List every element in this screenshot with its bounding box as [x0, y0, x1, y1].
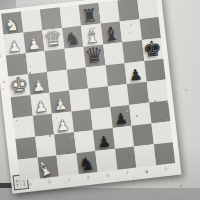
square-f7: ♝ — [100, 21, 122, 44]
square-h2 — [151, 121, 173, 144]
grain-speck — [181, 49, 182, 50]
scene: chess ♞♜♟♟♛♞♝♝♛♚♚♟♟♟♟♟♟♟♝♞ abcdefgh ♔♕♖ … — [0, 0, 200, 200]
square-g6 — [122, 40, 144, 63]
square-a7: ♟ — [3, 32, 25, 55]
square-b2 — [35, 135, 57, 158]
black-pawn: ♟ — [97, 134, 112, 150]
square-g3 — [129, 103, 151, 126]
grain-speck — [185, 89, 187, 91]
square-b6 — [25, 51, 47, 74]
square-b5: ♟ — [28, 72, 50, 95]
black-pawn: ♟ — [114, 111, 129, 127]
square-b4: ♟ — [30, 93, 52, 116]
white-pawn: ♟ — [7, 39, 22, 55]
white-pawn: ♟ — [31, 78, 46, 94]
file-label-b: b — [40, 178, 60, 188]
square-d3 — [71, 109, 93, 132]
square-g1 — [134, 144, 156, 167]
grain-speck — [180, 185, 182, 187]
file-label-g: g — [137, 167, 157, 177]
square-g8 — [117, 0, 139, 21]
grain-speck — [122, 185, 123, 186]
white-king: ♚ — [9, 74, 30, 97]
corner-logo-row: ♗♘♙ — [16, 182, 27, 187]
chessboard: chess ♞♜♟♟♛♞♝♝♛♚♚♟♟♟♟♟♟♟♝♞ abcdefgh ♔♕♖ … — [0, 0, 181, 194]
square-d2 — [73, 130, 95, 153]
square-e2: ♟ — [93, 128, 115, 151]
square-a5: ♚ — [8, 74, 30, 97]
square-a4 — [11, 95, 33, 118]
square-f8 — [98, 1, 120, 24]
square-b1: ♝ — [37, 155, 59, 178]
square-f2 — [112, 126, 134, 149]
square-a8: ♞ — [1, 12, 23, 35]
grain-speck — [178, 143, 180, 145]
white-queen: ♛ — [43, 28, 64, 51]
file-label-f: f — [117, 169, 137, 179]
white-pawn: ♟ — [53, 97, 68, 113]
black-queen: ♛ — [84, 45, 105, 68]
black-knight: ♞ — [78, 154, 96, 174]
square-f3: ♟ — [110, 105, 132, 128]
square-a1 — [18, 158, 40, 181]
square-e8: ♜ — [79, 3, 101, 26]
square-e6: ♛ — [83, 45, 105, 68]
square-c7: ♛ — [42, 28, 64, 51]
square-b7: ♟ — [23, 30, 45, 53]
grain-speck — [173, 36, 174, 37]
grain-speck — [3, 174, 5, 176]
square-d8 — [59, 5, 81, 28]
file-label-d: d — [78, 174, 98, 184]
square-b8 — [20, 9, 42, 32]
square-f1 — [115, 147, 137, 170]
white-pawn: ♟ — [27, 37, 42, 53]
square-f4 — [107, 84, 129, 107]
square-c6 — [45, 49, 67, 72]
square-h5 — [144, 59, 166, 82]
square-h1 — [153, 142, 175, 165]
square-d6 — [64, 47, 86, 70]
grain-speck — [185, 171, 186, 172]
black-rook: ♜ — [81, 6, 99, 26]
grain-speck — [189, 130, 190, 131]
square-f6 — [103, 42, 125, 65]
square-c4: ♟ — [49, 91, 71, 114]
square-c1 — [56, 153, 78, 176]
square-g2 — [132, 124, 154, 147]
black-pawn: ♟ — [128, 67, 143, 83]
square-c3: ♟ — [52, 112, 74, 135]
white-pawn: ♟ — [34, 99, 49, 115]
square-b3 — [32, 114, 54, 137]
square-d1: ♞ — [76, 151, 98, 174]
file-label-c: c — [59, 176, 79, 186]
square-e7: ♝ — [81, 24, 103, 47]
board-grid: ♞♜♟♟♛♞♝♝♛♚♚♟♟♟♟♟♟♟♝♞ — [1, 0, 175, 181]
square-f5 — [105, 63, 127, 86]
file-label-e: e — [98, 172, 118, 182]
square-e4 — [88, 86, 110, 109]
square-e3 — [90, 107, 112, 130]
square-g4 — [127, 82, 149, 105]
square-h7 — [139, 17, 161, 40]
square-e5 — [86, 65, 108, 88]
grain-speck — [176, 92, 177, 93]
white-knight: ♞ — [3, 15, 21, 35]
file-label-h: h — [156, 165, 176, 175]
square-d7: ♞ — [62, 26, 84, 49]
square-g7 — [120, 19, 142, 42]
square-a2 — [15, 137, 37, 160]
square-a6 — [6, 53, 28, 76]
square-d4 — [69, 88, 91, 111]
square-d5 — [66, 68, 88, 91]
black-bishop: ♝ — [102, 24, 121, 45]
black-knight: ♞ — [64, 29, 82, 49]
square-h6: ♚ — [141, 38, 163, 61]
square-h3 — [149, 100, 171, 123]
square-h4 — [146, 80, 168, 103]
square-c5 — [47, 70, 69, 93]
square-e1 — [95, 149, 117, 172]
square-a3 — [13, 116, 35, 139]
square-g5: ♟ — [124, 61, 146, 84]
grain-speck — [172, 181, 173, 182]
white-bishop: ♝ — [82, 26, 101, 47]
square-c2 — [54, 132, 76, 155]
square-c8 — [40, 7, 62, 30]
black-king: ♚ — [142, 38, 163, 61]
white-pawn: ♟ — [55, 118, 70, 134]
